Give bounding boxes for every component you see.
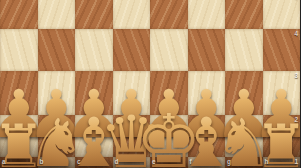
square-d5[interactable]	[113, 0, 151, 29]
square-a4[interactable]	[0, 29, 38, 71]
square-f4[interactable]	[188, 29, 226, 71]
square-a5[interactable]	[0, 0, 38, 29]
square-c5[interactable]	[75, 0, 113, 29]
square-c4[interactable]	[75, 29, 113, 71]
coord-file-b: b	[40, 158, 44, 165]
coord-rank-4: 4	[294, 30, 298, 37]
square-g5[interactable]	[225, 0, 263, 29]
square-e5[interactable]	[150, 0, 188, 29]
coord-file-a: a	[2, 158, 6, 165]
coord-rank-1: 1	[294, 158, 298, 165]
square-b4[interactable]	[38, 29, 76, 71]
coord-rank-2: 2	[294, 116, 298, 123]
coord-rank-3: 3	[294, 72, 298, 79]
coord-file-g: g	[227, 158, 231, 165]
coord-file-h: h	[265, 158, 269, 165]
coord-file-e: e	[152, 158, 156, 165]
chess-board-3d: ♜♞♝♛♚♝♞♜♟♟♟♟♟♟♟♟ abcdefgh12345	[0, 0, 300, 168]
square-d4[interactable]	[113, 29, 151, 71]
coord-file-d: d	[115, 158, 119, 165]
square-f5[interactable]	[188, 0, 226, 29]
square-b5[interactable]	[38, 0, 76, 29]
square-g4[interactable]	[225, 29, 263, 71]
square-e4[interactable]	[150, 29, 188, 71]
coord-file-f: f	[190, 158, 192, 165]
piece-white-rook-h1[interactable]: ♜	[251, 116, 300, 168]
square-h5[interactable]	[263, 0, 301, 29]
coord-file-c: c	[77, 158, 81, 165]
